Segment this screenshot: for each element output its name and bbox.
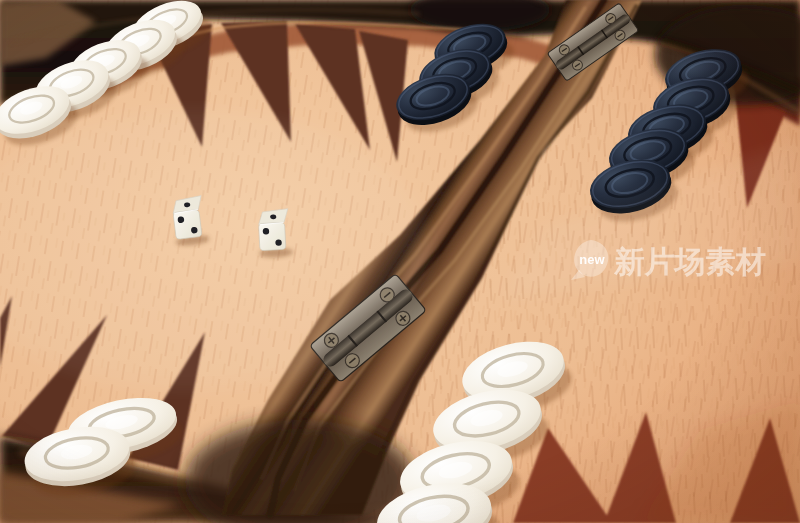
watermark-badge-text: new <box>579 252 605 267</box>
watermark-cn-text: 新片场素材 <box>613 244 766 279</box>
backgammon-photo: new 新片场素材 <box>0 0 800 523</box>
board-scene: new 新片场素材 <box>0 0 800 523</box>
